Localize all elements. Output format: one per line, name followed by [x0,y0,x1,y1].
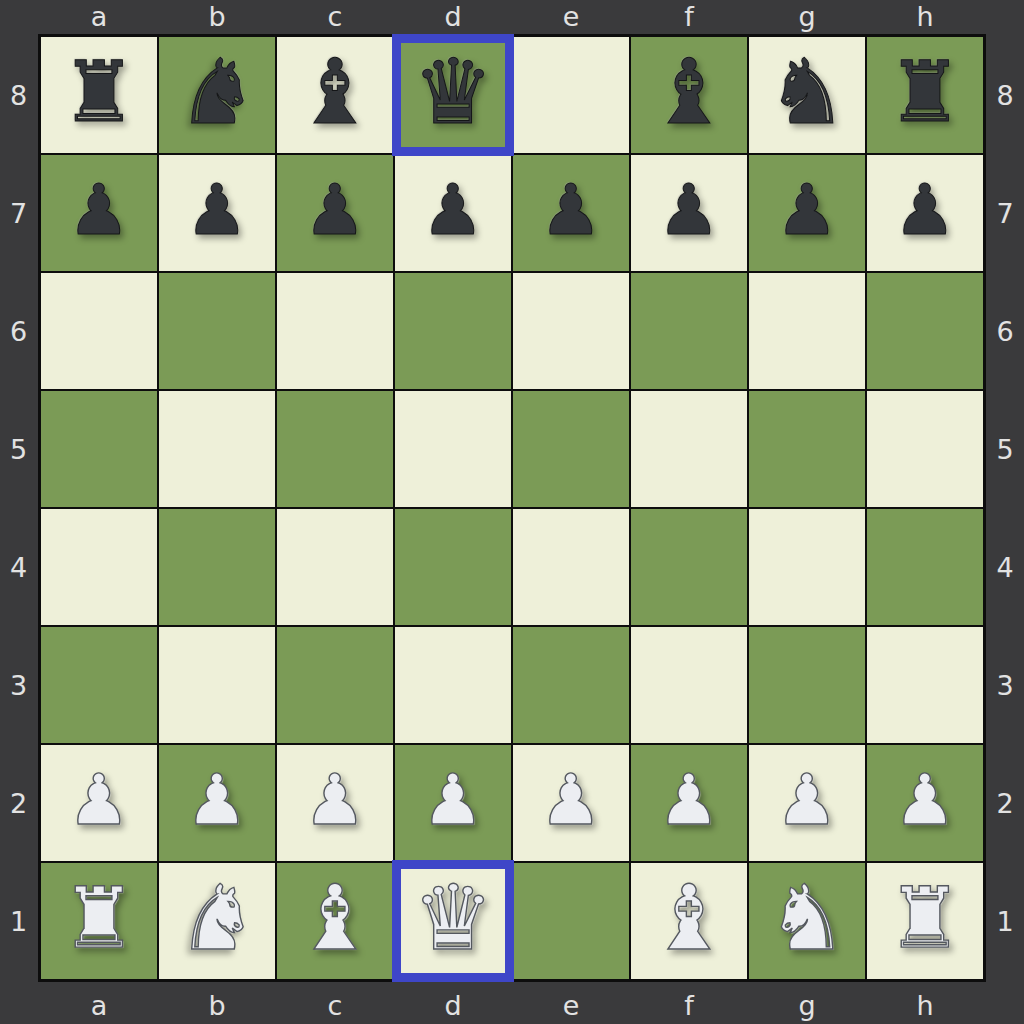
rank-labels-left: 87654321 [0,37,37,979]
square-g4[interactable] [749,509,865,625]
piece-black-pawn[interactable]: ♟ [540,175,603,245]
square-h6[interactable] [867,273,983,389]
square-f2[interactable]: ♟ [631,745,747,861]
square-d3[interactable] [395,627,511,743]
file-label-bottom-b: b [159,987,275,1023]
piece-white-rook[interactable]: ♜ [887,876,962,960]
piece-white-bishop[interactable]: ♝ [649,873,730,963]
square-e4[interactable] [513,509,629,625]
rank-label-right-2: 2 [987,745,1023,861]
square-e1[interactable] [513,863,629,979]
rank-label-left-8: 8 [0,37,37,153]
square-d7[interactable]: ♟ [395,155,511,271]
square-c1[interactable]: ♝ [277,863,393,979]
square-b8[interactable]: ♞ [159,37,275,153]
square-d2[interactable]: ♟ [395,745,511,861]
square-a4[interactable] [41,509,157,625]
square-e2[interactable]: ♟ [513,745,629,861]
square-a6[interactable] [41,273,157,389]
square-e5[interactable] [513,391,629,507]
square-d5[interactable] [395,391,511,507]
square-e8[interactable] [513,37,629,153]
square-a8[interactable]: ♜ [41,37,157,153]
square-b6[interactable] [159,273,275,389]
chess-board: ♜♞♝♛♝♞♜♟♟♟♟♟♟♟♟♟♟♟♟♟♟♟♟♜♞♝♛♝♞♜ [38,34,986,982]
rank-label-left-7: 7 [0,155,37,271]
square-e6[interactable] [513,273,629,389]
file-label-top-h: h [867,0,983,33]
rank-label-left-6: 6 [0,273,37,389]
square-c6[interactable] [277,273,393,389]
rank-label-left-3: 3 [0,627,37,743]
square-g3[interactable] [749,627,865,743]
square-f6[interactable] [631,273,747,389]
file-label-top-f: f [631,0,747,33]
rank-label-left-4: 4 [0,509,37,625]
file-label-top-g: g [749,0,865,33]
square-b5[interactable] [159,391,275,507]
rank-label-right-3: 3 [987,627,1023,743]
piece-white-knight[interactable]: ♞ [767,873,848,963]
piece-white-rook[interactable]: ♜ [61,876,136,960]
piece-white-pawn[interactable]: ♟ [658,765,721,835]
square-h7[interactable]: ♟ [867,155,983,271]
square-h5[interactable] [867,391,983,507]
piece-black-knight[interactable]: ♞ [177,47,258,137]
piece-black-bishop[interactable]: ♝ [649,47,730,137]
piece-white-pawn[interactable]: ♟ [776,765,839,835]
piece-white-bishop[interactable]: ♝ [295,873,376,963]
file-label-bottom-d: d [395,987,511,1023]
rank-label-right-6: 6 [987,273,1023,389]
piece-black-pawn[interactable]: ♟ [776,175,839,245]
square-d1[interactable]: ♛ [395,863,511,979]
square-a3[interactable] [41,627,157,743]
square-c7[interactable]: ♟ [277,155,393,271]
square-f5[interactable] [631,391,747,507]
piece-white-pawn[interactable]: ♟ [304,765,367,835]
piece-white-pawn[interactable]: ♟ [894,765,957,835]
file-label-top-e: e [513,0,629,33]
square-f1[interactable]: ♝ [631,863,747,979]
file-label-bottom-c: c [277,987,393,1023]
chess-app: abcdefgh abcdefgh 87654321 87654321 ♜♞♝♛… [0,0,1024,1024]
file-label-bottom-h: h [867,987,983,1023]
square-h2[interactable]: ♟ [867,745,983,861]
rank-label-right-5: 5 [987,391,1023,507]
square-g6[interactable] [749,273,865,389]
piece-black-pawn[interactable]: ♟ [894,175,957,245]
square-c3[interactable] [277,627,393,743]
piece-black-pawn[interactable]: ♟ [68,175,131,245]
square-b2[interactable]: ♟ [159,745,275,861]
square-c8[interactable]: ♝ [277,37,393,153]
piece-white-pawn[interactable]: ♟ [186,765,249,835]
square-g8[interactable]: ♞ [749,37,865,153]
piece-white-queen[interactable]: ♛ [413,873,494,963]
square-g1[interactable]: ♞ [749,863,865,979]
square-d6[interactable] [395,273,511,389]
piece-black-bishop[interactable]: ♝ [295,47,376,137]
piece-white-pawn[interactable]: ♟ [422,765,485,835]
square-b7[interactable]: ♟ [159,155,275,271]
square-b3[interactable] [159,627,275,743]
rank-label-right-8: 8 [987,37,1023,153]
rank-labels-right: 87654321 [987,37,1023,979]
square-g2[interactable]: ♟ [749,745,865,861]
piece-black-rook[interactable]: ♜ [887,50,962,134]
piece-black-rook[interactable]: ♜ [61,50,136,134]
rank-label-left-5: 5 [0,391,37,507]
file-label-top-d: d [395,0,511,33]
square-a1[interactable]: ♜ [41,863,157,979]
square-h3[interactable] [867,627,983,743]
square-c5[interactable] [277,391,393,507]
square-e7[interactable]: ♟ [513,155,629,271]
square-c2[interactable]: ♟ [277,745,393,861]
file-label-bottom-g: g [749,987,865,1023]
rank-label-right-7: 7 [987,155,1023,271]
file-label-top-b: b [159,0,275,33]
square-a7[interactable]: ♟ [41,155,157,271]
square-d8[interactable]: ♛ [395,37,511,153]
piece-black-pawn[interactable]: ♟ [658,175,721,245]
square-f7[interactable]: ♟ [631,155,747,271]
file-labels-top: abcdefgh [41,0,983,33]
piece-white-pawn[interactable]: ♟ [68,765,131,835]
piece-black-pawn[interactable]: ♟ [422,175,485,245]
piece-black-knight[interactable]: ♞ [767,47,848,137]
square-a5[interactable] [41,391,157,507]
square-b1[interactable]: ♞ [159,863,275,979]
rank-label-right-1: 1 [987,863,1023,979]
square-h8[interactable]: ♜ [867,37,983,153]
rank-label-right-4: 4 [987,509,1023,625]
piece-white-knight[interactable]: ♞ [177,873,258,963]
piece-black-queen[interactable]: ♛ [413,47,494,137]
square-f8[interactable]: ♝ [631,37,747,153]
square-g7[interactable]: ♟ [749,155,865,271]
square-d4[interactable] [395,509,511,625]
rank-label-left-1: 1 [0,863,37,979]
piece-black-pawn[interactable]: ♟ [304,175,367,245]
square-g5[interactable] [749,391,865,507]
file-label-bottom-a: a [41,987,157,1023]
square-f4[interactable] [631,509,747,625]
file-label-top-a: a [41,0,157,33]
rank-label-left-2: 2 [0,745,37,861]
file-label-top-c: c [277,0,393,33]
square-e3[interactable] [513,627,629,743]
piece-black-pawn[interactable]: ♟ [186,175,249,245]
square-h1[interactable]: ♜ [867,863,983,979]
square-h4[interactable] [867,509,983,625]
file-labels-bottom: abcdefgh [41,987,983,1023]
square-b4[interactable] [159,509,275,625]
square-f3[interactable] [631,627,747,743]
file-label-bottom-f: f [631,987,747,1023]
file-label-bottom-e: e [513,987,629,1023]
square-a2[interactable]: ♟ [41,745,157,861]
piece-white-pawn[interactable]: ♟ [540,765,603,835]
square-c4[interactable] [277,509,393,625]
